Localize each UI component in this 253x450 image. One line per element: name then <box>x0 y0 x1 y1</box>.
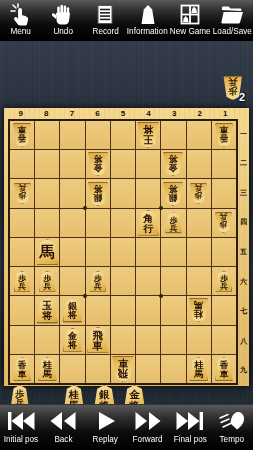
square-93[interactable]: 歩兵 <box>10 179 34 207</box>
forward-label: Forward <box>133 434 163 444</box>
undo-button[interactable]: Undo <box>42 0 84 40</box>
square-29[interactable]: 桂馬 <box>187 355 211 383</box>
square-74[interactable] <box>60 209 84 237</box>
square-81[interactable] <box>35 121 59 149</box>
square-77[interactable]: 銀将 <box>60 296 84 324</box>
open-hand-icon <box>51 3 75 26</box>
file-label-1: 1 <box>212 108 238 119</box>
square-53[interactable] <box>111 179 135 207</box>
hoshi-dot <box>83 206 87 210</box>
file-label-3: 3 <box>161 108 187 119</box>
square-72[interactable] <box>60 150 84 178</box>
rank-label-6: 六 <box>238 267 249 297</box>
square-82[interactable] <box>35 150 59 178</box>
square-35[interactable] <box>161 238 185 266</box>
file-label-6: 6 <box>85 108 111 119</box>
square-17[interactable] <box>212 296 236 324</box>
piece-gote-lance-11[interactable]: 香車 <box>215 123 233 147</box>
square-98[interactable] <box>10 326 34 354</box>
square-41[interactable]: 王将 <box>136 121 160 149</box>
piece-sente-lance-99[interactable]: 香車 <box>13 357 31 381</box>
load-save-button[interactable]: Load/Save <box>211 0 253 40</box>
square-64[interactable] <box>86 209 110 237</box>
square-75[interactable] <box>60 238 84 266</box>
square-91[interactable]: 香車 <box>10 121 34 149</box>
piece-sente-knight-89[interactable]: 桂馬 <box>38 357 57 381</box>
square-96[interactable]: 歩兵 <box>10 267 34 295</box>
final-pos-label: Final pos <box>173 434 206 444</box>
piece-sente-gold-78[interactable]: 金将 <box>63 328 83 352</box>
square-68[interactable]: 飛車 <box>86 326 110 354</box>
menu-label: Menu <box>11 26 31 36</box>
piece-gote-pawn-93[interactable]: 歩兵 <box>14 183 31 204</box>
piece-sente-pawn-86[interactable]: 歩兵 <box>39 271 56 292</box>
square-85[interactable]: 馬 <box>35 238 59 266</box>
square-87[interactable]: 玉将 <box>35 296 59 324</box>
back-label: Back <box>54 434 72 444</box>
back-button[interactable]: Back <box>42 405 84 450</box>
piece-sente-knight-29[interactable]: 桂馬 <box>189 357 208 381</box>
piece-sente-bishop-44[interactable]: 角行 <box>137 210 159 236</box>
record-button[interactable]: Record <box>84 0 126 40</box>
rank-label-3: 三 <box>238 178 249 208</box>
square-37[interactable] <box>161 296 185 324</box>
file-label-7: 7 <box>59 108 85 119</box>
square-21[interactable] <box>187 121 211 149</box>
square-56[interactable] <box>111 267 135 295</box>
piece-sente-lance-19[interactable]: 香車 <box>215 357 233 381</box>
skip-to-end-icon <box>174 408 206 434</box>
bottom-toolbar: Initial pos Back Replay <box>0 404 253 450</box>
rank-label-1: 一 <box>238 119 249 149</box>
square-78[interactable]: 金将 <box>60 326 84 354</box>
square-24[interactable] <box>187 209 211 237</box>
piece-gote-silver-63[interactable]: 銀将 <box>88 182 108 206</box>
piece-gote-knight-27[interactable]: 桂馬 <box>189 298 208 322</box>
piece-sente-silver-77[interactable]: 銀将 <box>63 298 83 322</box>
square-71[interactable] <box>60 121 84 149</box>
rank-label-7: 七 <box>238 296 249 326</box>
piece-gote-pawn-14[interactable]: 歩兵 <box>215 212 232 233</box>
square-57[interactable] <box>111 296 135 324</box>
piece-gote-gold-32[interactable]: 金将 <box>163 152 183 176</box>
square-47[interactable] <box>136 296 160 324</box>
square-45[interactable] <box>136 238 160 266</box>
piece-gote-rook-59[interactable]: 飛車 <box>112 356 134 382</box>
piece-sente-king-87[interactable]: 玉将 <box>36 297 58 323</box>
square-11[interactable]: 香車 <box>212 121 236 149</box>
initial-pos-label: Initial pos <box>4 434 38 444</box>
square-12[interactable] <box>212 150 236 178</box>
square-46[interactable] <box>136 267 160 295</box>
tempo-button[interactable]: Tempo <box>211 405 253 450</box>
file-label-9: 9 <box>8 108 34 119</box>
piece-gote-king-41[interactable]: 王将 <box>137 122 159 148</box>
square-58[interactable] <box>111 326 135 354</box>
hand-pointer-icon <box>9 3 33 26</box>
square-42[interactable] <box>136 150 160 178</box>
square-18[interactable] <box>212 326 236 354</box>
square-19[interactable]: 香車 <box>212 355 236 383</box>
square-99[interactable]: 香車 <box>10 355 34 383</box>
rank-label-9: 九 <box>238 356 249 386</box>
board-grid[interactable]: 香車王将香車金将金将歩兵銀将銀将歩兵角行歩兵歩兵馬歩兵歩兵歩兵歩兵玉将銀将桂馬金… <box>8 119 238 385</box>
square-54[interactable] <box>111 209 135 237</box>
top-toolbar: Menu Undo <box>0 0 253 41</box>
final-pos-button[interactable]: Final pos <box>169 405 211 450</box>
fast-forward-icon <box>133 408 163 434</box>
piece-gote-lance-91[interactable]: 香車 <box>13 123 31 147</box>
information-button[interactable]: Information <box>127 0 169 40</box>
folder-icon <box>219 3 245 26</box>
forward-button[interactable]: Forward <box>127 405 169 450</box>
gote-hand-count: 2 <box>239 91 245 103</box>
square-66[interactable]: 歩兵 <box>86 267 110 295</box>
information-label: Information <box>127 26 168 36</box>
file-label-8: 8 <box>34 108 60 119</box>
flying-piece-icon <box>217 408 247 434</box>
square-48[interactable] <box>136 326 160 354</box>
square-65[interactable] <box>86 238 110 266</box>
square-28[interactable] <box>187 326 211 354</box>
file-label-4: 4 <box>136 108 162 119</box>
piece-sente-pawn-34[interactable]: 歩兵 <box>165 212 182 233</box>
square-69[interactable] <box>86 355 110 383</box>
piece-sente-horse-85[interactable]: 馬 <box>36 239 58 265</box>
square-55[interactable] <box>111 238 135 266</box>
shogi-board: 987654321 香車王将香車金将金将歩兵銀将銀将歩兵角行歩兵歩兵馬歩兵歩兵歩… <box>4 108 249 386</box>
square-61[interactable] <box>86 121 110 149</box>
square-97[interactable] <box>10 296 34 324</box>
rewind-icon <box>48 408 78 434</box>
piece-gote-silver-33[interactable]: 銀将 <box>163 182 183 206</box>
square-62[interactable]: 金将 <box>86 150 110 178</box>
square-31[interactable] <box>161 121 185 149</box>
new-game-button[interactable]: New Game <box>169 0 211 40</box>
gote-hand-tray[interactable]: 歩兵2 <box>223 76 245 100</box>
file-label-5: 5 <box>110 108 136 119</box>
rank-label-2: 二 <box>238 149 249 179</box>
record-label: Record <box>92 26 118 36</box>
square-38[interactable] <box>161 326 185 354</box>
load-save-label: Load/Save <box>212 26 251 36</box>
play-icon <box>93 408 117 434</box>
square-89[interactable]: 桂馬 <box>35 355 59 383</box>
initial-pos-button[interactable]: Initial pos <box>0 405 42 450</box>
square-36[interactable] <box>161 267 185 295</box>
square-44[interactable]: 角行 <box>136 209 160 237</box>
rank-label-8: 八 <box>238 326 249 356</box>
square-33[interactable]: 銀将 <box>161 179 185 207</box>
skip-to-start-icon <box>5 408 37 434</box>
square-86[interactable]: 歩兵 <box>35 267 59 295</box>
square-23[interactable]: 歩兵 <box>187 179 211 207</box>
square-34[interactable]: 歩兵 <box>161 209 185 237</box>
square-15[interactable] <box>212 238 236 266</box>
document-lines-icon <box>93 3 117 26</box>
square-88[interactable] <box>35 326 59 354</box>
square-26[interactable] <box>187 267 211 295</box>
piece-gote-pawn-23[interactable]: 歩兵 <box>190 183 207 204</box>
square-27[interactable]: 桂馬 <box>187 296 211 324</box>
menu-button[interactable]: Menu <box>0 0 42 40</box>
square-14[interactable]: 歩兵 <box>212 209 236 237</box>
file-labels: 987654321 <box>8 108 238 119</box>
piece-sente-pawn-66[interactable]: 歩兵 <box>89 271 106 292</box>
rank-label-5: 五 <box>238 237 249 267</box>
undo-label: Undo <box>54 26 74 36</box>
square-92[interactable] <box>10 150 34 178</box>
new-game-label: New Game <box>169 26 210 36</box>
square-94[interactable] <box>10 209 34 237</box>
square-25[interactable] <box>187 238 211 266</box>
piece-sente-pawn-16[interactable]: 歩兵 <box>215 271 232 292</box>
square-73[interactable] <box>60 179 84 207</box>
square-67[interactable] <box>86 296 110 324</box>
piece-sente-pawn-96[interactable]: 歩兵 <box>14 271 31 292</box>
file-label-2: 2 <box>187 108 213 119</box>
board-grid-icon <box>178 3 202 26</box>
square-49[interactable] <box>136 355 160 383</box>
rank-label-4: 四 <box>238 208 249 238</box>
square-84[interactable] <box>35 209 59 237</box>
square-59[interactable]: 飛車 <box>111 355 135 383</box>
square-52[interactable] <box>111 150 135 178</box>
square-76[interactable] <box>60 267 84 295</box>
square-16[interactable]: 歩兵 <box>212 267 236 295</box>
square-95[interactable] <box>10 238 34 266</box>
square-32[interactable]: 金将 <box>161 150 185 178</box>
square-43[interactable] <box>136 179 160 207</box>
piece-sente-rook-68[interactable]: 飛車 <box>87 327 109 353</box>
rank-labels: 一二三四五六七八九 <box>238 119 249 385</box>
replay-label: Replay <box>93 434 118 444</box>
square-22[interactable] <box>187 150 211 178</box>
square-63[interactable]: 銀将 <box>86 179 110 207</box>
square-39[interactable] <box>161 355 185 383</box>
shogi-piece-icon <box>136 3 160 26</box>
shogi-app-screen: Menu Undo <box>0 0 253 450</box>
square-83[interactable] <box>35 179 59 207</box>
square-79[interactable] <box>60 355 84 383</box>
square-13[interactable] <box>212 179 236 207</box>
tempo-label: Tempo <box>220 434 244 444</box>
replay-button[interactable]: Replay <box>84 405 126 450</box>
piece-gote-gold-62[interactable]: 金将 <box>88 152 108 176</box>
square-51[interactable] <box>111 121 135 149</box>
